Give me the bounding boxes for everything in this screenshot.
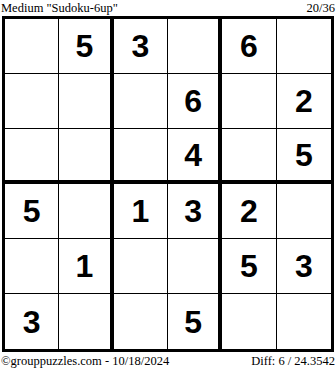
- difficulty-label: Diff: 6 / 24.3542: [251, 354, 335, 368]
- cell-r1c3[interactable]: 3: [114, 19, 168, 74]
- cell-r4c1[interactable]: 5: [5, 184, 59, 239]
- cell-r2c6[interactable]: 2: [277, 74, 331, 129]
- page-footer: ©grouppuzzles.com - 10/18/2024 Diff: 6 /…: [0, 352, 336, 370]
- cell-r3c1[interactable]: [5, 129, 59, 184]
- puzzle-page: Medium "Sudoku-6up" 20/36 53662455132153…: [0, 0, 336, 370]
- cell-r2c5[interactable]: [222, 74, 276, 129]
- cell-r6c3[interactable]: [114, 294, 168, 349]
- cell-r5c3[interactable]: [114, 239, 168, 294]
- puzzle-title: Medium "Sudoku-6up": [1, 1, 118, 15]
- cell-r4c6[interactable]: [277, 184, 331, 239]
- cell-r4c3[interactable]: 1: [114, 184, 168, 239]
- cell-r3c2[interactable]: [59, 129, 113, 184]
- sudoku-grid: 5366245513215335: [2, 16, 334, 352]
- cell-r4c2[interactable]: [59, 184, 113, 239]
- page-header: Medium "Sudoku-6up" 20/36: [0, 0, 336, 16]
- cell-r1c1[interactable]: [5, 19, 59, 74]
- cell-r5c5[interactable]: 5: [222, 239, 276, 294]
- cell-r1c2[interactable]: 5: [59, 19, 113, 74]
- copyright-date: ©grouppuzzles.com - 10/18/2024: [1, 354, 169, 368]
- cell-r3c5[interactable]: [222, 129, 276, 184]
- cell-r2c2[interactable]: [59, 74, 113, 129]
- cell-r6c5[interactable]: [222, 294, 276, 349]
- cell-r5c4[interactable]: [168, 239, 222, 294]
- cell-r4c5[interactable]: 2: [222, 184, 276, 239]
- cell-r4c4[interactable]: 3: [168, 184, 222, 239]
- cell-r1c5[interactable]: 6: [222, 19, 276, 74]
- cell-r2c3[interactable]: [114, 74, 168, 129]
- cell-r6c6[interactable]: [277, 294, 331, 349]
- cell-r1c6[interactable]: [277, 19, 331, 74]
- cell-r3c3[interactable]: [114, 129, 168, 184]
- cell-r5c2[interactable]: 1: [59, 239, 113, 294]
- cell-r1c4[interactable]: [168, 19, 222, 74]
- cell-r3c6[interactable]: 5: [277, 129, 331, 184]
- cell-r6c2[interactable]: [59, 294, 113, 349]
- cell-r3c4[interactable]: 4: [168, 129, 222, 184]
- cell-r5c1[interactable]: [5, 239, 59, 294]
- cell-r2c1[interactable]: [5, 74, 59, 129]
- cell-r2c4[interactable]: 6: [168, 74, 222, 129]
- cell-r6c1[interactable]: 3: [5, 294, 59, 349]
- cell-r6c4[interactable]: 5: [168, 294, 222, 349]
- cell-r5c6[interactable]: 3: [277, 239, 331, 294]
- puzzle-counter: 20/36: [307, 1, 335, 15]
